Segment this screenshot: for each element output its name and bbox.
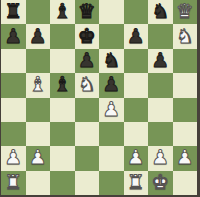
square-g6[interactable]: ♟ [148,49,173,73]
square-f6[interactable] [124,49,149,73]
chess-board: ♜♝♛♞♛♟♟♚♟♞♟♞♟♝♝♞♟♟♟♟♟♟♟♜♜♚ [1,0,197,195]
square-b8[interactable] [26,0,51,24]
square-h1[interactable] [173,171,198,195]
square-a3[interactable] [1,122,26,146]
square-h4[interactable] [173,98,198,122]
chess-board-frame: ♜♝♛♞♛♟♟♚♟♞♟♞♟♝♝♞♟♟♟♟♟♟♟♜♜♚ [0,0,200,197]
piece-white-bishop[interactable]: ♝ [29,74,47,94]
square-a1[interactable]: ♜ [1,171,26,195]
piece-white-pawn[interactable]: ♟ [29,147,47,167]
square-d1[interactable] [75,171,100,195]
square-c8[interactable]: ♝ [50,0,75,24]
square-d3[interactable] [75,122,100,146]
piece-white-pawn[interactable]: ♟ [102,99,120,119]
square-e5[interactable]: ♟ [99,73,124,97]
piece-black-knight[interactable]: ♞ [102,50,120,70]
square-f3[interactable] [124,122,149,146]
square-h7[interactable]: ♞ [173,24,198,48]
square-b7[interactable]: ♟ [26,24,51,48]
piece-black-pawn[interactable]: ♟ [127,26,145,46]
square-h6[interactable] [173,49,198,73]
piece-white-knight[interactable]: ♞ [176,26,194,46]
square-h2[interactable]: ♟ [173,146,198,170]
square-g4[interactable] [148,98,173,122]
square-d6[interactable]: ♟ [75,49,100,73]
square-c2[interactable] [50,146,75,170]
piece-black-pawn[interactable]: ♟ [29,26,47,46]
square-a7[interactable]: ♟ [1,24,26,48]
piece-white-knight[interactable]: ♞ [78,74,96,94]
piece-black-pawn[interactable]: ♟ [102,74,120,94]
square-a2[interactable]: ♟ [1,146,26,170]
square-c6[interactable] [50,49,75,73]
square-f2[interactable]: ♟ [124,146,149,170]
square-c3[interactable] [50,122,75,146]
square-e2[interactable] [99,146,124,170]
square-d5[interactable]: ♞ [75,73,100,97]
square-f5[interactable] [124,73,149,97]
piece-white-pawn[interactable]: ♟ [127,147,145,167]
square-g8[interactable]: ♞ [148,0,173,24]
piece-black-bishop[interactable]: ♝ [53,1,71,21]
square-d8[interactable]: ♛ [75,0,100,24]
square-d2[interactable] [75,146,100,170]
square-f7[interactable]: ♟ [124,24,149,48]
square-h8[interactable]: ♛ [173,0,198,24]
square-c7[interactable] [50,24,75,48]
piece-black-rook[interactable]: ♜ [4,1,22,21]
square-a8[interactable]: ♜ [1,0,26,24]
square-e8[interactable] [99,0,124,24]
square-c1[interactable] [50,171,75,195]
square-a5[interactable] [1,73,26,97]
square-g1[interactable]: ♚ [148,171,173,195]
square-e3[interactable] [99,122,124,146]
square-g3[interactable] [148,122,173,146]
piece-black-pawn[interactable]: ♟ [151,50,169,70]
square-h3[interactable] [173,122,198,146]
piece-white-pawn[interactable]: ♟ [151,147,169,167]
square-e1[interactable] [99,171,124,195]
square-h5[interactable] [173,73,198,97]
piece-black-king[interactable]: ♚ [78,26,96,46]
square-c5[interactable]: ♝ [50,73,75,97]
piece-black-pawn[interactable]: ♟ [4,26,22,46]
square-f4[interactable] [124,98,149,122]
square-b3[interactable] [26,122,51,146]
piece-white-rook[interactable]: ♜ [127,172,145,192]
piece-black-pawn[interactable]: ♟ [78,50,96,70]
piece-white-king[interactable]: ♚ [151,172,169,192]
square-e6[interactable]: ♞ [99,49,124,73]
piece-black-knight[interactable]: ♞ [151,1,169,21]
square-g7[interactable] [148,24,173,48]
square-d4[interactable] [75,98,100,122]
piece-white-pawn[interactable]: ♟ [176,147,194,167]
square-a6[interactable] [1,49,26,73]
square-b4[interactable] [26,98,51,122]
square-b2[interactable]: ♟ [26,146,51,170]
square-e4[interactable]: ♟ [99,98,124,122]
square-e7[interactable] [99,24,124,48]
square-b6[interactable] [26,49,51,73]
square-b1[interactable] [26,171,51,195]
square-g2[interactable]: ♟ [148,146,173,170]
piece-white-pawn[interactable]: ♟ [4,147,22,167]
square-f1[interactable]: ♜ [124,171,149,195]
square-b5[interactable]: ♝ [26,73,51,97]
square-g5[interactable] [148,73,173,97]
piece-black-queen[interactable]: ♛ [78,1,96,21]
square-d7[interactable]: ♚ [75,24,100,48]
square-a4[interactable] [1,98,26,122]
square-f8[interactable] [124,0,149,24]
piece-white-rook[interactable]: ♜ [4,172,22,192]
piece-black-bishop[interactable]: ♝ [53,74,71,94]
piece-white-queen[interactable]: ♛ [176,1,194,21]
square-c4[interactable] [50,98,75,122]
